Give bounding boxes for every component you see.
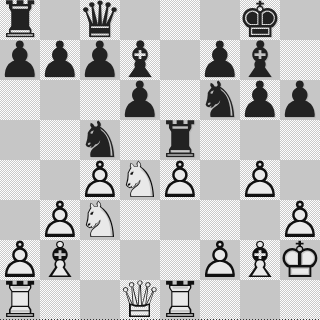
- piece-white-pawn: ♟♙: [240, 160, 280, 200]
- square-d6[interactable]: ♟: [120, 80, 160, 120]
- square-d4[interactable]: ♞♘: [120, 160, 160, 200]
- black-piece-glyph: ♟: [0, 40, 40, 80]
- piece-white-bishop: ♝♗: [40, 240, 80, 280]
- black-piece-glyph: ♟: [80, 40, 120, 80]
- square-b7[interactable]: ♟: [40, 40, 80, 80]
- square-g2[interactable]: ♝♗: [240, 240, 280, 280]
- black-piece-glyph: ♟: [280, 80, 320, 120]
- square-d1[interactable]: ♛♕: [120, 280, 160, 320]
- piece-white-rook: ♜♖: [160, 280, 200, 320]
- piece-white-rook: ♜♖: [0, 280, 40, 320]
- square-h8[interactable]: [280, 0, 320, 40]
- piece-white-king: ♚♔: [280, 240, 320, 280]
- square-a4[interactable]: [0, 160, 40, 200]
- piece-black-pawn: ♟: [40, 40, 80, 80]
- square-b2[interactable]: ♝♗: [40, 240, 80, 280]
- square-f4[interactable]: [200, 160, 240, 200]
- square-e4[interactable]: ♟♙: [160, 160, 200, 200]
- white-piece-outline-glyph: ♘: [120, 160, 160, 200]
- square-b5[interactable]: [40, 120, 80, 160]
- square-e7[interactable]: [160, 40, 200, 80]
- square-h6[interactable]: ♟: [280, 80, 320, 120]
- piece-white-bishop: ♝♗: [240, 240, 280, 280]
- square-a1[interactable]: ♜♖: [0, 280, 40, 320]
- black-piece-glyph: ♟: [40, 40, 80, 80]
- black-piece-glyph: ♞: [200, 80, 240, 120]
- white-piece-outline-glyph: ♙: [200, 240, 240, 280]
- square-a7[interactable]: ♟: [0, 40, 40, 80]
- white-piece-outline-glyph: ♕: [120, 280, 160, 320]
- square-e1[interactable]: ♜♖: [160, 280, 200, 320]
- white-piece-outline-glyph: ♗: [240, 240, 280, 280]
- chess-board: ♜♛♚♟♟♟♝♟♝♟♞♟♟♞♜♟♙♞♘♟♙♟♙♟♙♞♘♟♙♟♙♝♗♟♙♝♗♚♔♜…: [0, 0, 320, 320]
- piece-black-pawn: ♟: [80, 40, 120, 80]
- piece-black-pawn: ♟: [120, 80, 160, 120]
- piece-black-pawn: ♟: [280, 80, 320, 120]
- white-piece-outline-glyph: ♔: [280, 240, 320, 280]
- square-h2[interactable]: ♚♔: [280, 240, 320, 280]
- piece-black-pawn: ♟: [240, 80, 280, 120]
- square-c7[interactable]: ♟: [80, 40, 120, 80]
- square-c3[interactable]: ♞♘: [80, 200, 120, 240]
- piece-white-knight: ♞♘: [80, 200, 120, 240]
- white-piece-outline-glyph: ♗: [40, 240, 80, 280]
- square-g4[interactable]: ♟♙: [240, 160, 280, 200]
- piece-black-knight: ♞: [200, 80, 240, 120]
- white-piece-outline-glyph: ♙: [160, 160, 200, 200]
- square-e8[interactable]: [160, 0, 200, 40]
- white-piece-outline-glyph: ♙: [240, 160, 280, 200]
- square-f6[interactable]: ♞: [200, 80, 240, 120]
- piece-white-knight: ♞♘: [120, 160, 160, 200]
- black-piece-glyph: ♟: [120, 80, 160, 120]
- white-piece-outline-glyph: ♘: [80, 200, 120, 240]
- piece-white-pawn: ♟♙: [200, 240, 240, 280]
- piece-black-pawn: ♟: [0, 40, 40, 80]
- piece-white-queen: ♛♕: [120, 280, 160, 320]
- square-g6[interactable]: ♟: [240, 80, 280, 120]
- square-a5[interactable]: [0, 120, 40, 160]
- square-c1[interactable]: [80, 280, 120, 320]
- white-piece-outline-glyph: ♖: [0, 280, 40, 320]
- white-piece-outline-glyph: ♖: [160, 280, 200, 320]
- piece-white-pawn: ♟♙: [160, 160, 200, 200]
- square-f2[interactable]: ♟♙: [200, 240, 240, 280]
- black-piece-glyph: ♟: [240, 80, 280, 120]
